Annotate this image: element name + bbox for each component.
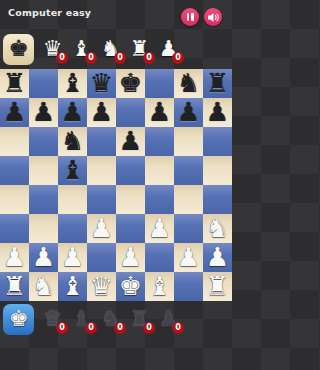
square-g2[interactable]: ♟ (174, 243, 203, 272)
captured-black-pawn: ♟0 (154, 303, 183, 335)
piece-white-pawn[interactable]: ♟ (177, 244, 200, 270)
piece-white-pawn[interactable]: ♟ (119, 244, 142, 270)
square-h4[interactable] (203, 185, 232, 214)
piece-black-pawn[interactable]: ♟ (206, 99, 229, 125)
piece-white-pawn[interactable]: ♟ (61, 244, 84, 270)
square-d7[interactable]: ♟ (87, 98, 116, 127)
square-c7[interactable]: ♟ (58, 98, 87, 127)
square-d6[interactable] (87, 127, 116, 156)
square-b3[interactable] (29, 214, 58, 243)
square-e1[interactable]: ♚ (116, 272, 145, 301)
square-f4[interactable] (145, 185, 174, 214)
square-c4[interactable] (58, 185, 87, 214)
square-d4[interactable] (87, 185, 116, 214)
piece-black-pawn[interactable]: ♟ (3, 99, 26, 125)
square-a7[interactable]: ♟ (0, 98, 29, 127)
piece-white-queen[interactable]: ♛ (90, 273, 113, 299)
piece-white-bishop[interactable]: ♝ (148, 273, 171, 299)
square-e4[interactable] (116, 185, 145, 214)
piece-white-knight[interactable]: ♞ (32, 273, 55, 299)
square-e6[interactable]: ♟ (116, 127, 145, 156)
square-b1[interactable]: ♞ (29, 272, 58, 301)
square-b2[interactable]: ♟ (29, 243, 58, 272)
square-e2[interactable]: ♟ (116, 243, 145, 272)
white-player-indicator[interactable]: ♚ (3, 304, 34, 335)
pause-button[interactable] (181, 8, 199, 26)
player-captured-tray: ♚ ♛0♝0♞0♜0♟0 (0, 301, 232, 337)
piece-black-knight[interactable]: ♞ (61, 128, 84, 154)
piece-white-pawn[interactable]: ♟ (206, 244, 229, 270)
square-c6[interactable]: ♞ (58, 127, 87, 156)
piece-black-rook[interactable]: ♜ (3, 70, 26, 96)
square-f2[interactable] (145, 243, 174, 272)
square-h8[interactable]: ♜ (203, 69, 232, 98)
square-d2[interactable] (87, 243, 116, 272)
piece-white-pawn[interactable]: ♟ (3, 244, 26, 270)
piece-black-king[interactable]: ♚ (119, 70, 142, 96)
square-g6[interactable] (174, 127, 203, 156)
piece-white-rook[interactable]: ♜ (206, 273, 229, 299)
captured-black-queen: ♛0 (38, 303, 67, 335)
piece-black-pawn[interactable]: ♟ (90, 99, 113, 125)
square-d5[interactable] (87, 156, 116, 185)
square-c3[interactable] (58, 214, 87, 243)
black-player-indicator[interactable]: ♚ (3, 34, 34, 65)
square-d3[interactable]: ♟ (87, 214, 116, 243)
captured-black-rook: ♜0 (125, 303, 154, 335)
captured-white-queen: ♛0 (38, 33, 67, 65)
white-king-icon: ♚ (9, 308, 29, 330)
square-g5[interactable] (174, 156, 203, 185)
pause-icon (187, 13, 194, 21)
captured-white-pawn: ♟0 (154, 33, 183, 65)
square-h6[interactable] (203, 127, 232, 156)
piece-white-knight[interactable]: ♞ (206, 215, 229, 241)
square-f6[interactable] (145, 127, 174, 156)
square-a3[interactable] (0, 214, 29, 243)
square-a2[interactable]: ♟ (0, 243, 29, 272)
piece-white-pawn[interactable]: ♟ (148, 215, 171, 241)
chess-board: ♜♝♛♚♞♜♟♟♟♟♟♟♟♞♟♝♟♟♞♟♟♟♟♟♟♜♞♝♛♚♝♜ (0, 69, 232, 301)
piece-white-king[interactable]: ♚ (119, 273, 142, 299)
square-h1[interactable]: ♜ (203, 272, 232, 301)
piece-black-bishop[interactable]: ♝ (61, 157, 84, 183)
captured-white-knight: ♞0 (96, 33, 125, 65)
speaker-icon (207, 11, 220, 24)
square-g8[interactable]: ♞ (174, 69, 203, 98)
square-f3[interactable]: ♟ (145, 214, 174, 243)
square-b4[interactable] (29, 185, 58, 214)
square-f5[interactable] (145, 156, 174, 185)
captured-black-bishop: ♝0 (67, 303, 96, 335)
square-c2[interactable]: ♟ (58, 243, 87, 272)
square-e5[interactable] (116, 156, 145, 185)
captured-count-badge: 0 (172, 322, 184, 334)
square-a8[interactable]: ♜ (0, 69, 29, 98)
square-h7[interactable]: ♟ (203, 98, 232, 127)
square-f1[interactable]: ♝ (145, 272, 174, 301)
square-f7[interactable]: ♟ (145, 98, 174, 127)
sound-button[interactable] (204, 8, 222, 26)
black-king-icon: ♚ (9, 38, 29, 60)
square-b7[interactable]: ♟ (29, 98, 58, 127)
square-e7[interactable] (116, 98, 145, 127)
captured-white-bishop: ♝0 (67, 33, 96, 65)
square-g7[interactable]: ♟ (174, 98, 203, 127)
piece-black-pawn[interactable]: ♟ (177, 99, 200, 125)
piece-black-bishop[interactable]: ♝ (61, 70, 84, 96)
square-a5[interactable] (0, 156, 29, 185)
square-g1[interactable] (174, 272, 203, 301)
piece-black-pawn[interactable]: ♟ (32, 99, 55, 125)
piece-black-pawn[interactable]: ♟ (148, 99, 171, 125)
piece-white-bishop[interactable]: ♝ (61, 273, 84, 299)
captured-black-knight: ♞0 (96, 303, 125, 335)
square-c8[interactable]: ♝ (58, 69, 87, 98)
piece-white-rook[interactable]: ♜ (3, 273, 26, 299)
square-b5[interactable] (29, 156, 58, 185)
square-g4[interactable] (174, 185, 203, 214)
square-d1[interactable]: ♛ (87, 272, 116, 301)
square-h2[interactable]: ♟ (203, 243, 232, 272)
piece-black-pawn[interactable]: ♟ (119, 128, 142, 154)
square-a1[interactable]: ♜ (0, 272, 29, 301)
square-b8[interactable] (29, 69, 58, 98)
square-c5[interactable]: ♝ (58, 156, 87, 185)
square-e8[interactable]: ♚ (116, 69, 145, 98)
square-h5[interactable] (203, 156, 232, 185)
captured-white-rook: ♜0 (125, 33, 154, 65)
square-f8[interactable] (145, 69, 174, 98)
piece-black-knight[interactable]: ♞ (177, 70, 200, 96)
square-a4[interactable] (0, 185, 29, 214)
square-e3[interactable] (116, 214, 145, 243)
piece-black-rook[interactable]: ♜ (206, 70, 229, 96)
game-title: Computer easy (8, 7, 91, 18)
piece-white-pawn[interactable]: ♟ (90, 215, 113, 241)
piece-white-pawn[interactable]: ♟ (32, 244, 55, 270)
square-c1[interactable]: ♝ (58, 272, 87, 301)
square-a6[interactable] (0, 127, 29, 156)
opponent-captured-tray: ♚ ♛0♝0♞0♜0♟0 (0, 31, 232, 67)
square-h3[interactable]: ♞ (203, 214, 232, 243)
square-d8[interactable]: ♛ (87, 69, 116, 98)
captured-count-badge: 0 (172, 52, 184, 64)
square-g3[interactable] (174, 214, 203, 243)
piece-black-pawn[interactable]: ♟ (61, 99, 84, 125)
square-b6[interactable] (29, 127, 58, 156)
game-header: Computer easy (0, 0, 232, 29)
piece-black-queen[interactable]: ♛ (90, 70, 113, 96)
